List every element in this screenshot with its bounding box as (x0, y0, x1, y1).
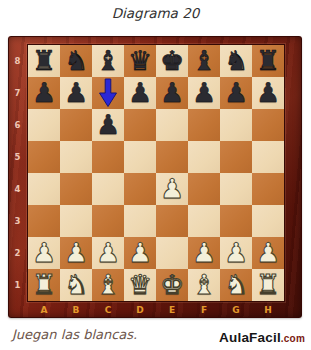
square-h4[interactable] (252, 173, 284, 205)
white-rook: ♜ (28, 268, 60, 300)
aulafacil-logo: AulaFacil.com (219, 330, 305, 345)
file-label-e: E (156, 303, 188, 316)
square-a6[interactable] (28, 109, 60, 141)
square-g5[interactable] (220, 141, 252, 173)
file-labels: ABCDEFGH (28, 303, 284, 316)
white-queen: ♛ (124, 268, 156, 300)
square-e2[interactable] (156, 237, 188, 269)
rank-label-3: 3 (8, 205, 27, 237)
square-c4[interactable] (92, 173, 124, 205)
square-b1[interactable]: ♞ (60, 269, 92, 301)
square-d8[interactable]: ♛ (124, 45, 156, 77)
square-e6[interactable] (156, 109, 188, 141)
rank-label-7: 7 (8, 77, 27, 109)
black-bishop: ♝ (188, 44, 220, 76)
square-b5[interactable] (60, 141, 92, 173)
square-f1[interactable]: ♝ (188, 269, 220, 301)
square-a7[interactable]: ♟ (28, 77, 60, 109)
white-knight: ♞ (220, 268, 252, 300)
square-c5[interactable] (92, 141, 124, 173)
black-rook: ♜ (252, 44, 284, 76)
square-f6[interactable] (188, 109, 220, 141)
square-c3[interactable] (92, 205, 124, 237)
square-g1[interactable]: ♞ (220, 269, 252, 301)
logo-tld: .com (281, 333, 305, 344)
square-h2[interactable]: ♟ (252, 237, 284, 269)
black-pawn: ♟ (124, 76, 156, 108)
square-f5[interactable] (188, 141, 220, 173)
square-e4[interactable]: ♟ (156, 173, 188, 205)
white-pawn: ♟ (188, 236, 220, 268)
square-h1[interactable]: ♜ (252, 269, 284, 301)
square-f2[interactable]: ♟ (188, 237, 220, 269)
white-pawn: ♟ (92, 236, 124, 268)
logo-name: AulaFacil (219, 330, 281, 345)
square-e1[interactable]: ♚ (156, 269, 188, 301)
white-pawn: ♟ (28, 236, 60, 268)
rank-label-6: 6 (8, 109, 27, 141)
square-b7[interactable]: ♟ (60, 77, 92, 109)
square-g8[interactable]: ♞ (220, 45, 252, 77)
square-d7[interactable]: ♟ (124, 77, 156, 109)
square-d3[interactable] (124, 205, 156, 237)
white-rook: ♜ (252, 268, 284, 300)
file-label-h: H (252, 303, 284, 316)
black-pawn: ♟ (252, 76, 284, 108)
square-f7[interactable]: ♟ (188, 77, 220, 109)
rank-label-1: 1 (8, 269, 27, 301)
square-a3[interactable] (28, 205, 60, 237)
file-label-f: F (188, 303, 220, 316)
square-d6[interactable] (124, 109, 156, 141)
caption-to-move: Juegan las blancas. (12, 327, 137, 342)
move-arrow (92, 77, 124, 109)
black-rook: ♜ (28, 44, 60, 76)
square-f4[interactable] (188, 173, 220, 205)
square-b4[interactable] (60, 173, 92, 205)
white-bishop: ♝ (188, 268, 220, 300)
square-a5[interactable] (28, 141, 60, 173)
black-knight: ♞ (60, 44, 92, 76)
square-a4[interactable] (28, 173, 60, 205)
square-g7[interactable]: ♟ (220, 77, 252, 109)
square-c6[interactable]: ♟ (92, 109, 124, 141)
black-pawn: ♟ (60, 76, 92, 108)
rank-label-8: 8 (8, 45, 27, 77)
square-g6[interactable] (220, 109, 252, 141)
white-pawn: ♟ (60, 236, 92, 268)
board-frame: 87654321 ♜♞♝♛♚♝♞♜♟♟♟♟♟♟♟♟♟♟♟♟♟♟♟♟♜♞♝♛♚♝♞… (8, 36, 302, 318)
square-d1[interactable]: ♛ (124, 269, 156, 301)
square-h3[interactable] (252, 205, 284, 237)
black-pawn: ♟ (188, 76, 220, 108)
square-d4[interactable] (124, 173, 156, 205)
square-c8[interactable]: ♝ (92, 45, 124, 77)
rank-label-4: 4 (8, 173, 27, 205)
square-h7[interactable]: ♟ (252, 77, 284, 109)
white-knight: ♞ (60, 268, 92, 300)
square-a2[interactable]: ♟ (28, 237, 60, 269)
chess-board: ♜♞♝♛♚♝♞♜♟♟♟♟♟♟♟♟♟♟♟♟♟♟♟♟♜♞♝♛♚♝♞♜ (27, 44, 285, 302)
rank-labels: 87654321 (8, 45, 27, 301)
square-g4[interactable] (220, 173, 252, 205)
black-knight: ♞ (220, 44, 252, 76)
file-label-d: D (124, 303, 156, 316)
square-h6[interactable] (252, 109, 284, 141)
rank-label-5: 5 (8, 141, 27, 173)
square-d2[interactable]: ♟ (124, 237, 156, 269)
square-f8[interactable]: ♝ (188, 45, 220, 77)
square-g3[interactable] (220, 205, 252, 237)
file-label-a: A (28, 303, 60, 316)
square-e7[interactable]: ♟ (156, 77, 188, 109)
square-e3[interactable] (156, 205, 188, 237)
square-c7[interactable] (92, 77, 124, 109)
square-b6[interactable] (60, 109, 92, 141)
square-b8[interactable]: ♞ (60, 45, 92, 77)
white-pawn: ♟ (220, 236, 252, 268)
square-c2[interactable]: ♟ (92, 237, 124, 269)
square-b2[interactable]: ♟ (60, 237, 92, 269)
black-king: ♚ (156, 44, 188, 76)
file-label-b: B (60, 303, 92, 316)
square-h5[interactable] (252, 141, 284, 173)
file-label-g: G (220, 303, 252, 316)
black-pawn: ♟ (92, 108, 124, 140)
square-f3[interactable] (188, 205, 220, 237)
white-pawn: ♟ (252, 236, 284, 268)
white-pawn: ♟ (156, 172, 188, 204)
square-h8[interactable]: ♜ (252, 45, 284, 77)
square-a1[interactable]: ♜ (28, 269, 60, 301)
black-pawn: ♟ (156, 76, 188, 108)
black-bishop: ♝ (92, 44, 124, 76)
square-e8[interactable]: ♚ (156, 45, 188, 77)
square-g2[interactable]: ♟ (220, 237, 252, 269)
page-title: Diagrama 20 (0, 5, 311, 21)
black-pawn: ♟ (220, 76, 252, 108)
white-king: ♚ (156, 268, 188, 300)
square-c1[interactable]: ♝ (92, 269, 124, 301)
white-bishop: ♝ (92, 268, 124, 300)
rank-label-2: 2 (8, 237, 27, 269)
white-pawn: ♟ (124, 236, 156, 268)
square-e5[interactable] (156, 141, 188, 173)
square-a8[interactable]: ♜ (28, 45, 60, 77)
black-pawn: ♟ (28, 76, 60, 108)
black-queen: ♛ (124, 44, 156, 76)
file-label-c: C (92, 303, 124, 316)
diagram-page: Diagrama 20 87654321 ♜♞♝♛♚♝♞♜♟♟♟♟♟♟♟♟♟♟♟… (0, 0, 311, 350)
square-d5[interactable] (124, 141, 156, 173)
square-b3[interactable] (60, 205, 92, 237)
